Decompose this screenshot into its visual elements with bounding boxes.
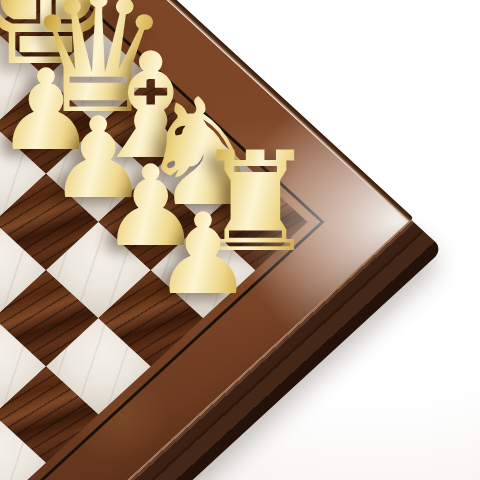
pawn-glyph: ♟	[103, 198, 303, 310]
chess-board: ♚♛♝♞♜♟♟♟♟	[0, 0, 408, 480]
scene: ♚♛♝♞♜♟♟♟♟	[0, 0, 480, 480]
square-a2[interactable]: ♟	[151, 222, 256, 318]
